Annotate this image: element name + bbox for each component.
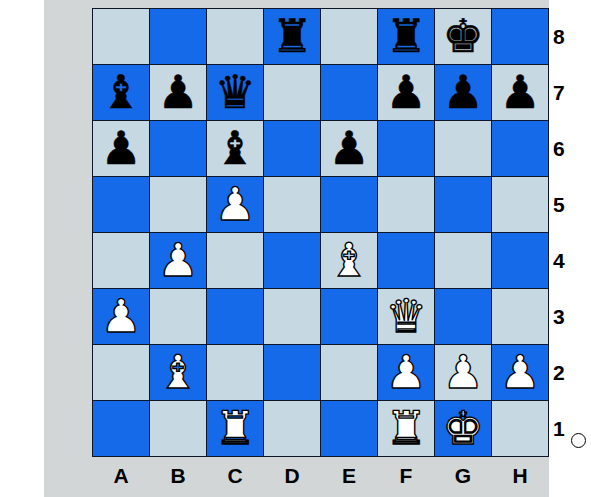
file-label-g: G: [435, 457, 491, 495]
square-e7[interactable]: [321, 65, 377, 120]
rank-label-8: 8: [553, 9, 577, 64]
file-label-f: F: [378, 457, 434, 495]
white-pawn[interactable]: ♟: [499, 349, 540, 395]
square-f1[interactable]: ♜: [378, 401, 434, 456]
black-bishop[interactable]: ♝: [100, 69, 141, 115]
file-label-a: A: [93, 457, 149, 495]
square-d2[interactable]: [264, 345, 320, 400]
rank-labels: 87654321: [553, 9, 577, 456]
file-label-c: C: [207, 457, 263, 495]
black-pawn[interactable]: ♟: [328, 125, 369, 171]
square-h6[interactable]: [492, 121, 548, 176]
file-label-e: E: [321, 457, 377, 495]
square-g3[interactable]: [435, 289, 491, 344]
square-h3[interactable]: [492, 289, 548, 344]
rank-label-6: 6: [553, 121, 577, 176]
white-king[interactable]: ♚: [442, 405, 483, 451]
white-bishop[interactable]: ♝: [157, 349, 198, 395]
square-e6[interactable]: ♟: [321, 121, 377, 176]
square-b2[interactable]: ♝: [150, 345, 206, 400]
square-b8[interactable]: [150, 9, 206, 64]
square-a6[interactable]: ♟: [93, 121, 149, 176]
black-pawn[interactable]: ♟: [499, 69, 540, 115]
square-e4[interactable]: ♝: [321, 233, 377, 288]
rank-label-4: 4: [553, 233, 577, 288]
black-queen[interactable]: ♛: [214, 69, 255, 115]
square-c1[interactable]: ♜: [207, 401, 263, 456]
white-pawn[interactable]: ♟: [157, 237, 198, 283]
square-f3[interactable]: ♛: [378, 289, 434, 344]
black-rook[interactable]: ♜: [385, 13, 426, 59]
square-b7[interactable]: ♟: [150, 65, 206, 120]
square-g7[interactable]: ♟: [435, 65, 491, 120]
square-a7[interactable]: ♝: [93, 65, 149, 120]
square-g5[interactable]: [435, 177, 491, 232]
black-king[interactable]: ♚: [442, 13, 483, 59]
black-pawn[interactable]: ♟: [385, 69, 426, 115]
white-bishop[interactable]: ♝: [328, 237, 369, 283]
square-e3[interactable]: [321, 289, 377, 344]
square-g4[interactable]: [435, 233, 491, 288]
square-h1[interactable]: [492, 401, 548, 456]
white-queen[interactable]: ♛: [385, 293, 426, 339]
square-h2[interactable]: ♟: [492, 345, 548, 400]
square-a5[interactable]: [93, 177, 149, 232]
square-e8[interactable]: [321, 9, 377, 64]
square-a1[interactable]: [93, 401, 149, 456]
square-c6[interactable]: ♝: [207, 121, 263, 176]
file-label-d: D: [264, 457, 320, 495]
square-g8[interactable]: ♚: [435, 9, 491, 64]
square-c8[interactable]: [207, 9, 263, 64]
black-pawn[interactable]: ♟: [157, 69, 198, 115]
square-e2[interactable]: [321, 345, 377, 400]
white-pawn[interactable]: ♟: [385, 349, 426, 395]
white-rook[interactable]: ♜: [214, 405, 255, 451]
rank-label-5: 5: [553, 177, 577, 232]
square-b4[interactable]: ♟: [150, 233, 206, 288]
square-c7[interactable]: ♛: [207, 65, 263, 120]
black-pawn[interactable]: ♟: [100, 125, 141, 171]
white-pawn[interactable]: ♟: [442, 349, 483, 395]
square-a3[interactable]: ♟: [93, 289, 149, 344]
side-to-move-indicator: [571, 433, 586, 448]
black-bishop[interactable]: ♝: [214, 125, 255, 171]
square-d4[interactable]: [264, 233, 320, 288]
square-a4[interactable]: [93, 233, 149, 288]
rank-label-1: 1: [553, 401, 577, 456]
file-label-h: H: [492, 457, 548, 495]
square-f7[interactable]: ♟: [378, 65, 434, 120]
rank-label-7: 7: [553, 65, 577, 120]
rank-label-3: 3: [553, 289, 577, 344]
square-h5[interactable]: [492, 177, 548, 232]
square-d7[interactable]: [264, 65, 320, 120]
white-pawn[interactable]: ♟: [100, 293, 141, 339]
square-a8[interactable]: [93, 9, 149, 64]
square-d8[interactable]: ♜: [264, 9, 320, 64]
square-f8[interactable]: ♜: [378, 9, 434, 64]
board-panel: ♜♜♚♝♟♛♟♟♟♟♝♟♟♟♝♟♛♝♟♟♟♜♜♚ 87654321 ABCDEF…: [44, 0, 549, 497]
black-rook[interactable]: ♜: [271, 13, 312, 59]
square-d1[interactable]: [264, 401, 320, 456]
square-e5[interactable]: [321, 177, 377, 232]
square-c4[interactable]: [207, 233, 263, 288]
square-f4[interactable]: [378, 233, 434, 288]
square-f5[interactable]: [378, 177, 434, 232]
square-d6[interactable]: [264, 121, 320, 176]
chess-board[interactable]: ♜♜♚♝♟♛♟♟♟♟♝♟♟♟♝♟♛♝♟♟♟♜♜♚: [92, 8, 549, 457]
square-e1[interactable]: [321, 401, 377, 456]
square-h7[interactable]: ♟: [492, 65, 548, 120]
black-pawn[interactable]: ♟: [442, 69, 483, 115]
square-g6[interactable]: [435, 121, 491, 176]
square-h4[interactable]: [492, 233, 548, 288]
white-pawn[interactable]: ♟: [214, 181, 255, 227]
square-b1[interactable]: [150, 401, 206, 456]
white-rook[interactable]: ♜: [385, 405, 426, 451]
square-h8[interactable]: [492, 9, 548, 64]
square-c5[interactable]: ♟: [207, 177, 263, 232]
square-c2[interactable]: [207, 345, 263, 400]
square-f6[interactable]: [378, 121, 434, 176]
square-g1[interactable]: ♚: [435, 401, 491, 456]
square-g2[interactable]: ♟: [435, 345, 491, 400]
square-b5[interactable]: [150, 177, 206, 232]
square-c3[interactable]: [207, 289, 263, 344]
file-labels: ABCDEFGH: [93, 457, 548, 495]
rank-label-2: 2: [553, 345, 577, 400]
square-f2[interactable]: ♟: [378, 345, 434, 400]
square-b3[interactable]: [150, 289, 206, 344]
square-d5[interactable]: [264, 177, 320, 232]
file-label-b: B: [150, 457, 206, 495]
square-b6[interactable]: [150, 121, 206, 176]
square-a2[interactable]: [93, 345, 149, 400]
square-d3[interactable]: [264, 289, 320, 344]
